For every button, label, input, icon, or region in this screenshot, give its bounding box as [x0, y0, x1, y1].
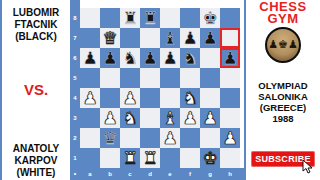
black-rook-c8: ♜ — [120, 8, 140, 28]
square-h6: ♟ — [220, 48, 240, 68]
square-e7: ♝ — [160, 28, 180, 48]
channel-logo: ♟♚♟ — [265, 27, 301, 63]
black-player-name: LUBOMIR FTACNIK (BLACK) — [2, 7, 70, 43]
white-bishop-e3: ♝ — [160, 108, 180, 128]
square-h1 — [220, 148, 240, 168]
square-a6: ♟ — [80, 48, 100, 68]
square-d8: ♜ — [140, 8, 160, 28]
square-f7: ♟ — [180, 28, 200, 48]
black-pawn-h6: ♟ — [220, 48, 240, 68]
rank-label-5: 5 — [70, 68, 80, 88]
left-panel: LUBOMIR FTACNIK (BLACK) VS. ANATOLY KARP… — [2, 0, 70, 180]
square-c8: ♜ — [120, 8, 140, 28]
square-a1 — [80, 148, 100, 168]
white-pawn-e2: ♟ — [160, 128, 180, 148]
square-e1 — [160, 148, 180, 168]
black-pawn-b6: ♟ — [100, 48, 120, 68]
square-e8 — [160, 8, 180, 28]
white-pawn-b3: ♟ — [100, 108, 120, 128]
square-g7: ♟ — [200, 28, 220, 48]
white-rook-c1: ♜ — [120, 148, 140, 168]
square-f4: ♞ — [180, 88, 200, 108]
cursor-hand-icon — [301, 160, 313, 174]
chess-board: 87654321 ♜♜♚♛♝♟♟♟♟♞♟♟♞♟♟♟♞♟♞♝♟♟♛♟♟♜♜♚ •a… — [70, 0, 246, 180]
thumbnail-canvas: LUBOMIR FTACNIK (BLACK) VS. ANATOLY KARP… — [0, 0, 320, 180]
rank-label-4: 4 — [70, 88, 80, 108]
rank-coordinates: 87654321 — [70, 0, 80, 180]
square-b3: ♟ — [100, 108, 120, 128]
square-d5 — [140, 68, 160, 88]
square-g6 — [200, 48, 220, 68]
black-king-g8: ♚ — [200, 8, 220, 28]
square-c3: ♞ — [120, 108, 140, 128]
square-f6: ♞ — [180, 48, 200, 68]
event-line2: SALONIKA — [246, 91, 320, 102]
square-h7 — [220, 28, 240, 48]
square-e3: ♝ — [160, 108, 180, 128]
file-label-g: g — [200, 168, 220, 180]
square-a2 — [80, 128, 100, 148]
rank-label-6: 6 — [70, 48, 80, 68]
white-knight-c3: ♞ — [120, 108, 140, 128]
file-coordinates: •abcdefgh — [70, 168, 246, 180]
black-player-line1: LUBOMIR — [2, 7, 70, 19]
square-e2: ♟ — [160, 128, 180, 148]
chess-pieces-icon: ♟♚♟ — [267, 29, 299, 60]
square-e6: ♟ — [160, 48, 180, 68]
square-f2 — [180, 128, 200, 148]
black-queen-b2: ♛ — [100, 128, 120, 148]
square-f8 — [180, 8, 200, 28]
channel-name-line2: GYM — [246, 13, 320, 25]
square-c5 — [120, 68, 140, 88]
square-a7 — [80, 28, 100, 48]
square-g5 — [200, 68, 220, 88]
square-b6: ♟ — [100, 48, 120, 68]
white-pawn-c4: ♟ — [120, 88, 140, 108]
event-line1: OLYMPIAD — [246, 80, 320, 91]
square-b2: ♛ — [100, 128, 120, 148]
white-pawn-a4: ♟ — [80, 88, 100, 108]
corner-dot: • — [70, 168, 80, 180]
square-a8 — [80, 8, 100, 28]
white-queen-b7: ♛ — [100, 28, 120, 48]
black-pawn-e6: ♟ — [160, 48, 180, 68]
white-pawn-g3: ♟ — [200, 108, 220, 128]
file-label-a: a — [80, 168, 100, 180]
file-label-h: h — [220, 168, 240, 180]
square-g3: ♟ — [200, 108, 220, 128]
white-pawn-h2: ♟ — [220, 128, 240, 148]
black-pawn-g7: ♟ — [200, 28, 220, 48]
file-label-c: c — [120, 168, 140, 180]
white-rook-d1: ♜ — [140, 148, 160, 168]
white-player-line1: ANATOLY — [2, 143, 70, 155]
square-g2 — [200, 128, 220, 148]
square-b1 — [100, 148, 120, 168]
square-h3 — [220, 108, 240, 128]
square-h5 — [220, 68, 240, 88]
channel-name: CHESS GYM — [246, 1, 320, 25]
white-player-line3: (WHITE) — [2, 167, 70, 179]
square-c1: ♜ — [120, 148, 140, 168]
square-c6: ♞ — [120, 48, 140, 68]
file-label-b: b — [100, 168, 120, 180]
black-pawn-f7: ♟ — [180, 28, 200, 48]
square-e4 — [160, 88, 180, 108]
white-player-name: ANATOLY KARPOV (WHITE) — [2, 143, 70, 179]
square-g8: ♚ — [200, 8, 220, 28]
square-d4 — [140, 88, 160, 108]
rank-label-3: 3 — [70, 108, 80, 128]
board-grid: ♜♜♚♛♝♟♟♟♟♞♟♟♞♟♟♟♞♟♞♝♟♟♛♟♟♜♜♚ — [80, 8, 240, 168]
black-pawn-d6: ♟ — [140, 48, 160, 68]
rank-label-2: 2 — [70, 128, 80, 148]
rank-label-1: 1 — [70, 148, 80, 168]
square-b7: ♛ — [100, 28, 120, 48]
square-g4 — [200, 88, 220, 108]
event-line3: (GREECE) — [246, 102, 320, 113]
square-b5 — [100, 68, 120, 88]
black-player-line2: FTACNIK — [2, 19, 70, 31]
rank-label-7: 7 — [70, 28, 80, 48]
square-c2 — [120, 128, 140, 148]
square-g1: ♚ — [200, 148, 220, 168]
square-d2 — [140, 128, 160, 148]
square-f3: ♟ — [180, 108, 200, 128]
black-player-line3: (BLACK) — [2, 31, 70, 43]
right-panel: CHESS GYM ♟♚♟ OLYMPIAD SALONIKA (GREECE)… — [246, 0, 320, 180]
square-h8 — [220, 8, 240, 28]
square-h2: ♟ — [220, 128, 240, 148]
square-h4 — [220, 88, 240, 108]
square-d1: ♜ — [140, 148, 160, 168]
file-label-d: d — [140, 168, 160, 180]
file-label-e: e — [160, 168, 180, 180]
square-a3 — [80, 108, 100, 128]
file-label-f: f — [180, 168, 200, 180]
rank-label-8: 8 — [70, 8, 80, 28]
white-knight-f4: ♞ — [180, 88, 200, 108]
square-f1 — [180, 148, 200, 168]
square-c7 — [120, 28, 140, 48]
square-d6: ♟ — [140, 48, 160, 68]
white-pawn-f3: ♟ — [180, 108, 200, 128]
vs-label: VS. — [2, 81, 70, 98]
white-king-g1: ♚ — [200, 148, 220, 168]
square-c4: ♟ — [120, 88, 140, 108]
black-pawn-a6: ♟ — [80, 48, 100, 68]
black-knight-c6: ♞ — [120, 48, 140, 68]
square-d3 — [140, 108, 160, 128]
square-f5 — [180, 68, 200, 88]
square-b8 — [100, 8, 120, 28]
black-bishop-e7: ♝ — [160, 28, 180, 48]
square-d7 — [140, 28, 160, 48]
square-a4: ♟ — [80, 88, 100, 108]
event-info: OLYMPIAD SALONIKA (GREECE) 1988 — [246, 80, 320, 124]
square-b4 — [100, 88, 120, 108]
event-line4: 1988 — [246, 113, 320, 124]
black-rook-d8: ♜ — [140, 8, 160, 28]
white-player-line2: KARPOV — [2, 155, 70, 167]
square-a5 — [80, 68, 100, 88]
black-knight-f6: ♞ — [180, 48, 200, 68]
square-e5 — [160, 68, 180, 88]
